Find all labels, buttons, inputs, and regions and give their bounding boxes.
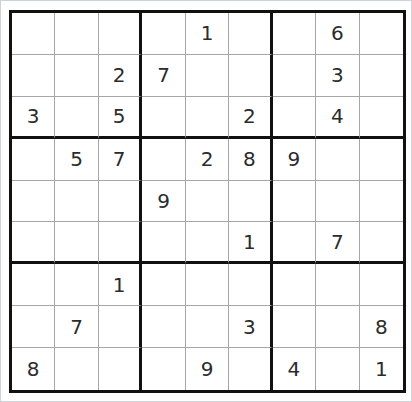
cell-r3c9[interactable] bbox=[360, 97, 403, 139]
cell-r2c2[interactable] bbox=[55, 55, 98, 97]
cell-r5c7[interactable] bbox=[273, 181, 316, 223]
cell-r6c2[interactable] bbox=[55, 222, 98, 264]
cell-r8c3[interactable] bbox=[99, 306, 142, 348]
cell-r9c8[interactable] bbox=[316, 348, 359, 390]
sudoku-screenshot: 1627335245728991717388941 bbox=[0, 0, 412, 402]
cell-r4c4[interactable] bbox=[142, 139, 185, 181]
cell-r5c2[interactable] bbox=[55, 181, 98, 223]
cell-r7c5[interactable] bbox=[186, 264, 229, 306]
cell-r1c3[interactable] bbox=[99, 13, 142, 55]
cell-r9c2[interactable] bbox=[55, 348, 98, 390]
given-digit-r9c1: 8 bbox=[12, 348, 55, 390]
cell-r5c5[interactable] bbox=[186, 181, 229, 223]
cell-r7c9[interactable] bbox=[360, 264, 403, 306]
cell-r2c6[interactable] bbox=[229, 55, 272, 97]
cell-r4c1[interactable] bbox=[12, 139, 55, 181]
given-digit-r4c7: 9 bbox=[273, 139, 316, 181]
given-digit-r2c3: 2 bbox=[99, 55, 142, 97]
cell-r6c7[interactable] bbox=[273, 222, 316, 264]
given-digit-r9c7: 4 bbox=[273, 348, 316, 390]
given-digit-r9c9: 1 bbox=[360, 348, 403, 390]
given-digit-r7c3: 1 bbox=[99, 264, 142, 306]
cell-r3c2[interactable] bbox=[55, 97, 98, 139]
given-digit-r5c4: 9 bbox=[142, 181, 185, 223]
cell-r8c7[interactable] bbox=[273, 306, 316, 348]
cell-r7c4[interactable] bbox=[142, 264, 185, 306]
cell-r9c6[interactable] bbox=[229, 348, 272, 390]
cell-r8c1[interactable] bbox=[12, 306, 55, 348]
given-digit-r2c8: 3 bbox=[316, 55, 359, 97]
given-digit-r3c6: 2 bbox=[229, 97, 272, 139]
cell-r5c3[interactable] bbox=[99, 181, 142, 223]
given-digit-r4c5: 2 bbox=[186, 139, 229, 181]
given-digit-r9c5: 9 bbox=[186, 348, 229, 390]
cell-r6c1[interactable] bbox=[12, 222, 55, 264]
cell-r7c2[interactable] bbox=[55, 264, 98, 306]
cell-r6c5[interactable] bbox=[186, 222, 229, 264]
cell-r6c4[interactable] bbox=[142, 222, 185, 264]
given-digit-r6c6: 1 bbox=[229, 222, 272, 264]
cell-r1c6[interactable] bbox=[229, 13, 272, 55]
cell-r6c3[interactable] bbox=[99, 222, 142, 264]
given-digit-r4c6: 8 bbox=[229, 139, 272, 181]
cell-r8c5[interactable] bbox=[186, 306, 229, 348]
cell-r5c1[interactable] bbox=[12, 181, 55, 223]
cell-r7c6[interactable] bbox=[229, 264, 272, 306]
cell-r2c7[interactable] bbox=[273, 55, 316, 97]
cell-r3c4[interactable] bbox=[142, 97, 185, 139]
cell-r1c7[interactable] bbox=[273, 13, 316, 55]
given-digit-r8c2: 7 bbox=[55, 306, 98, 348]
given-digit-r3c1: 3 bbox=[12, 97, 55, 139]
cell-r1c9[interactable] bbox=[360, 13, 403, 55]
cell-r1c4[interactable] bbox=[142, 13, 185, 55]
given-digit-r3c3: 5 bbox=[99, 97, 142, 139]
cell-r5c9[interactable] bbox=[360, 181, 403, 223]
cell-r4c8[interactable] bbox=[316, 139, 359, 181]
cell-r3c7[interactable] bbox=[273, 97, 316, 139]
given-digit-r8c6: 3 bbox=[229, 306, 272, 348]
cell-r8c8[interactable] bbox=[316, 306, 359, 348]
cell-r7c8[interactable] bbox=[316, 264, 359, 306]
given-digit-r8c9: 8 bbox=[360, 306, 403, 348]
cell-r1c1[interactable] bbox=[12, 13, 55, 55]
cell-r2c1[interactable] bbox=[12, 55, 55, 97]
cell-r5c8[interactable] bbox=[316, 181, 359, 223]
given-digit-r6c8: 7 bbox=[316, 222, 359, 264]
cell-r7c1[interactable] bbox=[12, 264, 55, 306]
cell-r4c9[interactable] bbox=[360, 139, 403, 181]
cell-r8c4[interactable] bbox=[142, 306, 185, 348]
cell-r2c9[interactable] bbox=[360, 55, 403, 97]
cell-r9c4[interactable] bbox=[142, 348, 185, 390]
cell-r2c5[interactable] bbox=[186, 55, 229, 97]
cell-r1c2[interactable] bbox=[55, 13, 98, 55]
given-digit-r1c8: 6 bbox=[316, 13, 359, 55]
cell-r7c7[interactable] bbox=[273, 264, 316, 306]
cell-r6c9[interactable] bbox=[360, 222, 403, 264]
cell-r9c3[interactable] bbox=[99, 348, 142, 390]
given-digit-r4c3: 7 bbox=[99, 139, 142, 181]
given-digit-r3c8: 4 bbox=[316, 97, 359, 139]
given-digit-r2c4: 7 bbox=[142, 55, 185, 97]
given-digit-r4c2: 5 bbox=[55, 139, 98, 181]
sudoku-board: 1627335245728991717388941 bbox=[9, 10, 406, 393]
cell-r5c6[interactable] bbox=[229, 181, 272, 223]
cell-r3c5[interactable] bbox=[186, 97, 229, 139]
given-digit-r1c5: 1 bbox=[186, 13, 229, 55]
